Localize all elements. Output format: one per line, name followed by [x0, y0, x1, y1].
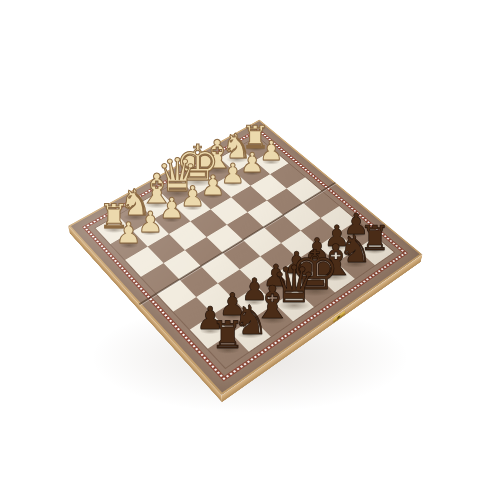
piece-white-pawn[interactable]: ♟: [116, 220, 142, 249]
piece-black-rook[interactable]: ♜: [211, 317, 245, 355]
pieces-layer: ♜♞♝♛♚♝♞♜♟♟♟♟♟♟♟♟♟♟♟♟♟♟♟♟♜♞♝♛♚♝♞♜: [0, 0, 500, 500]
product-photo-scene: ♜♞♝♛♚♝♞♜♟♟♟♟♟♟♟♟♟♟♟♟♟♟♟♟♜♞♝♛♚♝♞♜: [0, 0, 500, 500]
